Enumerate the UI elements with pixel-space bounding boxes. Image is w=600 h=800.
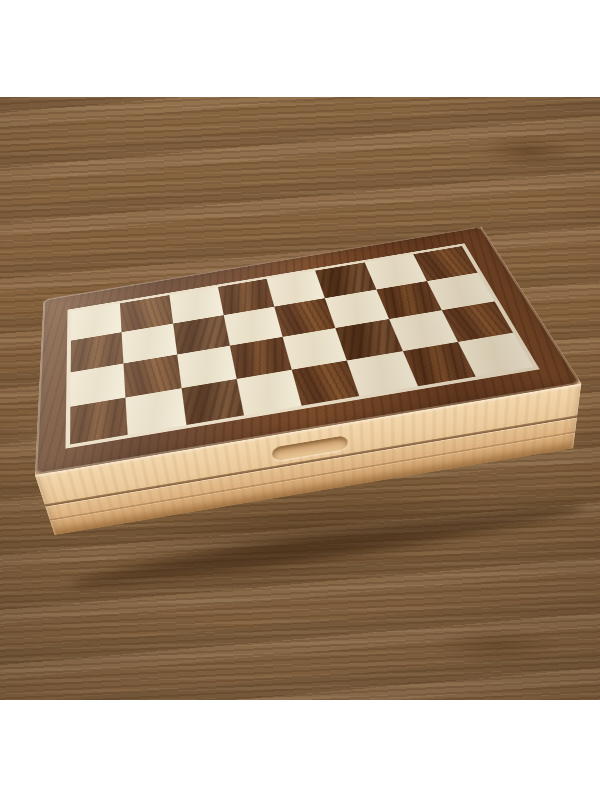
table-photo [0,97,600,700]
scene [0,97,600,700]
board-square [126,388,186,434]
board-square [70,398,128,445]
board-square [236,370,301,416]
board-square [181,379,244,425]
chess-box [55,285,573,535]
page [0,0,600,800]
